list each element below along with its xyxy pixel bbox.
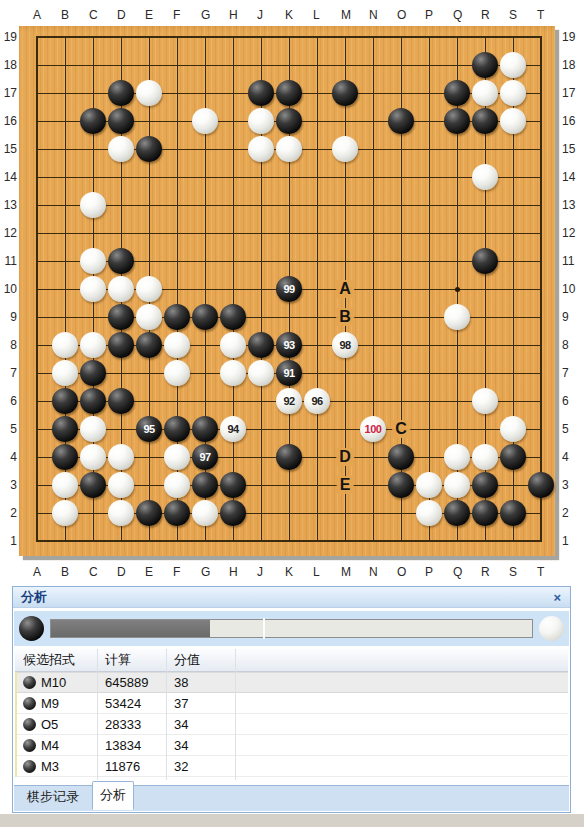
row-label-left: 16 [0, 115, 17, 127]
tab-analysis[interactable]: 分析 [92, 781, 134, 810]
black-stone[interactable] [472, 52, 498, 78]
black-stone[interactable] [192, 472, 218, 498]
candidate-move: M9 [41, 696, 59, 711]
row-label-left: 18 [0, 59, 17, 71]
column-label-bottom: T [537, 566, 544, 578]
black-stone[interactable] [108, 332, 134, 358]
column-label-bottom: P [425, 566, 433, 578]
white-stone[interactable] [472, 80, 498, 106]
candidate-row[interactable]: M41383434 [17, 735, 568, 756]
black-stone[interactable] [136, 136, 162, 162]
black-stone[interactable] [108, 248, 134, 274]
move-number-label: 91 [283, 368, 294, 379]
black-stone[interactable] [108, 388, 134, 414]
row-label-right: 8 [562, 339, 582, 351]
black-stone[interactable] [220, 304, 246, 330]
black-stone[interactable] [192, 304, 218, 330]
column-label-bottom: J [257, 566, 263, 578]
grid-line-horizontal [36, 429, 542, 430]
white-stone[interactable] [136, 80, 162, 106]
column-label-top: R [481, 9, 490, 21]
black-stone[interactable] [248, 80, 274, 106]
white-stone[interactable] [500, 80, 526, 106]
black-stone-icon [23, 739, 36, 752]
row-label-left: 13 [0, 199, 17, 211]
row-label-right: 19 [562, 31, 582, 43]
row-label-right: 5 [562, 423, 582, 435]
move-number-label: 94 [227, 424, 238, 435]
winrate-bar[interactable] [50, 619, 533, 638]
column-label-top: H [229, 9, 238, 21]
candidate-move: M4 [41, 738, 59, 753]
candidate-letter-D: D [336, 448, 354, 466]
column-label-top: P [425, 9, 433, 21]
row-label-left: 14 [0, 171, 17, 183]
black-stone[interactable] [52, 388, 78, 414]
black-stone[interactable] [444, 500, 470, 526]
white-stone[interactable] [444, 444, 470, 470]
column-label-top: T [537, 9, 544, 21]
white-stone[interactable] [80, 248, 106, 274]
white-stone[interactable] [220, 332, 246, 358]
row-label-right: 15 [562, 143, 582, 155]
row-label-right: 4 [562, 451, 582, 463]
black-stone[interactable]: 93 [276, 332, 302, 358]
close-icon[interactable]: × [553, 590, 561, 605]
column-label-top: G [201, 9, 210, 21]
white-stone[interactable] [80, 276, 106, 302]
black-stone[interactable] [332, 80, 358, 106]
white-stone[interactable] [276, 136, 302, 162]
panel-title-text: 分析 [13, 588, 47, 606]
row-label-left: 3 [0, 479, 17, 491]
black-stone[interactable]: 99 [276, 276, 302, 302]
candidate-move: M10 [41, 675, 66, 690]
white-stone[interactable] [108, 444, 134, 470]
candidate-row[interactable]: M31187632 [17, 756, 568, 777]
white-stone[interactable] [108, 136, 134, 162]
star-point [455, 287, 460, 292]
white-stone[interactable] [80, 444, 106, 470]
black-stone[interactable] [164, 304, 190, 330]
white-stone[interactable]: 94 [220, 416, 246, 442]
black-stone[interactable] [388, 444, 414, 470]
white-stone[interactable] [248, 136, 274, 162]
white-stone[interactable] [500, 108, 526, 134]
black-stone[interactable]: 95 [136, 416, 162, 442]
black-stone[interactable] [444, 108, 470, 134]
move-number-label: 100 [365, 424, 382, 435]
black-stone[interactable] [136, 500, 162, 526]
candidate-letter-C: C [392, 420, 410, 438]
row-label-right: 18 [562, 59, 582, 71]
row-label-left: 17 [0, 87, 17, 99]
column-label-bottom: D [117, 566, 126, 578]
white-stone[interactable] [444, 304, 470, 330]
black-stone[interactable] [164, 416, 190, 442]
window-footer [0, 814, 584, 827]
candidate-move: M3 [41, 759, 59, 774]
black-stone[interactable] [472, 108, 498, 134]
white-stone[interactable] [52, 500, 78, 526]
black-stone[interactable] [80, 108, 106, 134]
move-number-label: 96 [311, 396, 322, 407]
black-stone-icon [23, 676, 36, 689]
grid-line-vertical [429, 36, 430, 542]
row-label-right: 14 [562, 171, 582, 183]
candidate-letter-B: B [336, 308, 354, 326]
white-stone[interactable] [52, 360, 78, 386]
move-number-label: 92 [283, 396, 294, 407]
row-label-right: 13 [562, 199, 582, 211]
black-stone[interactable] [80, 360, 106, 386]
row-label-right: 10 [562, 283, 582, 295]
candidate-visits: 645889 [97, 675, 166, 690]
row-label-left: 15 [0, 143, 17, 155]
column-label-bottom: C [89, 566, 98, 578]
row-label-left: 5 [0, 423, 17, 435]
column-label-bottom: Q [453, 566, 462, 578]
white-stone[interactable] [164, 444, 190, 470]
row-label-left: 9 [0, 311, 17, 323]
column-label-bottom: G [201, 566, 210, 578]
winrate-handle[interactable] [263, 618, 265, 639]
black-stone[interactable]: 97 [192, 444, 218, 470]
black-stone[interactable] [80, 388, 106, 414]
white-stone[interactable] [332, 136, 358, 162]
row-label-right: 11 [562, 255, 582, 267]
candidate-letter-E: E [337, 476, 354, 494]
black-stone[interactable] [500, 444, 526, 470]
candidate-score: 38 [166, 675, 235, 690]
white-stone[interactable] [80, 192, 106, 218]
grid-line-vertical [317, 36, 318, 542]
candidate-score: 34 [166, 738, 235, 753]
black-stone[interactable] [276, 80, 302, 106]
white-stone[interactable] [136, 304, 162, 330]
candidate-visits: 13834 [97, 738, 166, 753]
black-stone[interactable] [528, 472, 554, 498]
column-label-top: S [509, 9, 517, 21]
row-label-left: 6 [0, 395, 17, 407]
black-stone[interactable] [388, 472, 414, 498]
column-label-top: K [285, 9, 293, 21]
column-header: 分值 [166, 651, 235, 669]
column-label-top: Q [453, 9, 462, 21]
go-analysis-window: AABBCCDDEEFFGGHHJJKKLLMMNNOOPPQQRRSSTT19… [0, 0, 584, 827]
row-label-left: 4 [0, 451, 17, 463]
column-label-top: E [145, 9, 153, 21]
black-stone[interactable] [108, 108, 134, 134]
white-stone[interactable]: 92 [276, 388, 302, 414]
white-stone[interactable] [80, 332, 106, 358]
column-label-bottom: S [509, 566, 517, 578]
white-stone[interactable] [80, 416, 106, 442]
white-stone-icon [539, 616, 564, 641]
column-label-top: B [61, 9, 69, 21]
row-label-right: 6 [562, 395, 582, 407]
row-label-left: 12 [0, 227, 17, 239]
column-header: 计算 [97, 651, 166, 669]
white-stone[interactable] [52, 472, 78, 498]
white-stone[interactable] [248, 108, 274, 134]
move-number-label: 99 [283, 284, 294, 295]
column-label-bottom: K [285, 566, 293, 578]
row-label-left: 10 [0, 283, 17, 295]
candidate-score: 34 [166, 717, 235, 732]
row-label-right: 17 [562, 87, 582, 99]
black-stone[interactable] [192, 416, 218, 442]
column-label-top: M [341, 9, 351, 21]
row-label-left: 7 [0, 367, 17, 379]
white-stone[interactable] [108, 276, 134, 302]
black-stone[interactable] [388, 108, 414, 134]
candidate-row[interactable]: M1064588938 [17, 672, 568, 693]
black-stone-icon [19, 616, 44, 641]
white-stone[interactable] [164, 332, 190, 358]
row-label-left: 19 [0, 31, 17, 43]
column-label-top: F [173, 9, 180, 21]
black-stone[interactable] [220, 472, 246, 498]
white-stone[interactable] [472, 444, 498, 470]
candidate-letter-A: A [336, 280, 354, 298]
white-stone[interactable] [500, 52, 526, 78]
row-label-right: 12 [562, 227, 582, 239]
white-stone[interactable] [52, 332, 78, 358]
white-stone[interactable] [108, 500, 134, 526]
black-stone[interactable] [472, 472, 498, 498]
column-label-bottom: M [341, 566, 351, 578]
black-stone-icon [23, 760, 36, 773]
column-label-bottom: O [397, 566, 406, 578]
column-label-top: O [397, 9, 406, 21]
white-stone[interactable] [220, 360, 246, 386]
white-stone[interactable] [444, 472, 470, 498]
white-stone[interactable]: 100 [360, 416, 386, 442]
panel-tab-bar: 棋步记录分析 [14, 785, 569, 811]
move-number-label: 98 [339, 340, 350, 351]
white-stone[interactable] [248, 360, 274, 386]
column-label-bottom: B [61, 566, 69, 578]
white-stone[interactable] [500, 416, 526, 442]
candidate-visits: 11876 [97, 759, 166, 774]
black-stone[interactable] [108, 304, 134, 330]
row-label-right: 16 [562, 115, 582, 127]
candidate-score: 37 [166, 696, 235, 711]
black-stone[interactable] [444, 80, 470, 106]
black-stone[interactable]: 91 [276, 360, 302, 386]
tab-move-record[interactable]: 棋步记录 [20, 785, 86, 810]
black-stone[interactable] [276, 444, 302, 470]
white-stone[interactable] [164, 472, 190, 498]
column-label-bottom: A [33, 566, 41, 578]
white-stone[interactable] [192, 500, 218, 526]
column-label-top: N [369, 9, 378, 21]
white-stone[interactable] [108, 472, 134, 498]
grid-line-vertical [540, 36, 542, 542]
white-stone[interactable] [416, 472, 442, 498]
black-stone[interactable] [248, 332, 274, 358]
row-label-right: 9 [562, 311, 582, 323]
black-stone[interactable] [472, 500, 498, 526]
candidate-move: O5 [41, 717, 58, 732]
black-stone[interactable] [500, 500, 526, 526]
column-label-top: C [89, 9, 98, 21]
black-stone[interactable] [52, 444, 78, 470]
column-label-top: L [313, 9, 320, 21]
row-label-left: 2 [0, 507, 17, 519]
white-stone[interactable] [192, 108, 218, 134]
winrate-strip [14, 611, 569, 646]
black-stone-icon [23, 697, 36, 710]
row-label-left: 8 [0, 339, 17, 351]
column-label-bottom: N [369, 566, 378, 578]
column-separator [166, 649, 167, 780]
candidate-visits: 28333 [97, 717, 166, 732]
column-header: 候选招式 [15, 651, 97, 669]
winrate-fill [51, 620, 210, 637]
white-stone[interactable]: 98 [332, 332, 358, 358]
candidate-score: 32 [166, 759, 235, 774]
row-label-right: 7 [562, 367, 582, 379]
column-separator [235, 649, 236, 780]
column-label-bottom: R [481, 566, 490, 578]
black-stone[interactable] [276, 108, 302, 134]
grid-line-horizontal [36, 540, 542, 542]
column-label-top: A [33, 9, 41, 21]
white-stone[interactable] [164, 360, 190, 386]
go-board: AABBCCDDEEFFGGHHJJKKLLMMNNOOPPQQRRSSTT19… [0, 0, 584, 586]
column-label-bottom: L [313, 566, 320, 578]
grid-line-vertical [373, 36, 374, 542]
white-stone[interactable] [416, 500, 442, 526]
candidate-row[interactable]: M95342437 [17, 693, 568, 714]
white-stone[interactable] [136, 276, 162, 302]
black-stone[interactable] [108, 80, 134, 106]
black-stone[interactable] [220, 500, 246, 526]
row-label-left: 11 [0, 255, 17, 267]
column-label-bottom: H [229, 566, 238, 578]
move-number-label: 97 [199, 452, 210, 463]
row-label-right: 1 [562, 535, 582, 547]
white-stone[interactable] [472, 164, 498, 190]
black-stone[interactable] [164, 500, 190, 526]
black-stone-icon [23, 718, 36, 731]
column-label-top: J [257, 9, 263, 21]
candidate-visits: 53424 [97, 696, 166, 711]
column-separator [97, 649, 98, 780]
white-stone[interactable] [472, 388, 498, 414]
column-label-top: D [117, 9, 126, 21]
column-label-bottom: E [145, 566, 153, 578]
row-label-right: 2 [562, 507, 582, 519]
black-stone[interactable] [136, 332, 162, 358]
analysis-panel: 分析 × 候选招式计算分值 M1064588938M95342437O52833… [12, 586, 571, 813]
white-stone[interactable]: 96 [304, 388, 330, 414]
row-label-left: 1 [0, 535, 17, 547]
black-stone[interactable] [472, 248, 498, 274]
row-label-right: 3 [562, 479, 582, 491]
candidate-table: 候选招式计算分值 M1064588938M95342437O52833334M4… [15, 649, 568, 780]
candidate-row[interactable]: O52833334 [17, 714, 568, 735]
black-stone[interactable] [80, 472, 106, 498]
black-stone[interactable] [52, 416, 78, 442]
panel-title-bar[interactable]: 分析 × [13, 587, 570, 608]
column-label-bottom: F [173, 566, 180, 578]
move-number-label: 95 [143, 424, 154, 435]
move-number-label: 93 [283, 340, 294, 351]
